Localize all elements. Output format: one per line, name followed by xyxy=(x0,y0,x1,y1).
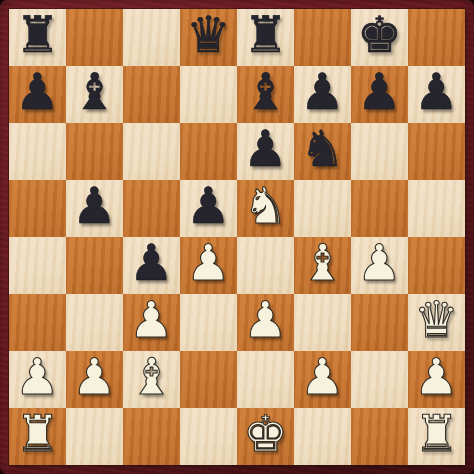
square-d4[interactable]: ♟ xyxy=(180,237,237,294)
square-g2[interactable] xyxy=(351,351,408,408)
piece-white-rook: ♜ xyxy=(414,406,459,463)
square-d3[interactable] xyxy=(180,294,237,351)
square-e1[interactable]: ♚ xyxy=(237,408,294,465)
square-c1[interactable] xyxy=(123,408,180,465)
piece-black-rook: ♜ xyxy=(243,7,288,64)
square-g1[interactable] xyxy=(351,408,408,465)
piece-white-pawn: ♟ xyxy=(129,292,174,349)
piece-black-pawn: ♟ xyxy=(15,64,60,121)
square-f4[interactable]: ♝ xyxy=(294,237,351,294)
piece-white-rook: ♜ xyxy=(15,406,60,463)
square-e6[interactable]: ♟ xyxy=(237,123,294,180)
chess-board: ♜♛♜♚♟♝♝♟♟♟♟♞♟♟♞♟♟♝♟♟♟♛♟♟♝♟♟♜♚♜ xyxy=(9,9,465,465)
square-e3[interactable]: ♟ xyxy=(237,294,294,351)
square-f1[interactable] xyxy=(294,408,351,465)
square-g4[interactable]: ♟ xyxy=(351,237,408,294)
piece-black-pawn: ♟ xyxy=(300,64,345,121)
square-a1[interactable]: ♜ xyxy=(9,408,66,465)
square-d2[interactable] xyxy=(180,351,237,408)
square-b6[interactable] xyxy=(66,123,123,180)
square-b3[interactable] xyxy=(66,294,123,351)
piece-black-knight: ♞ xyxy=(300,121,345,178)
piece-black-pawn: ♟ xyxy=(129,235,174,292)
square-b7[interactable]: ♝ xyxy=(66,66,123,123)
piece-black-pawn: ♟ xyxy=(72,178,117,235)
piece-white-queen: ♛ xyxy=(414,292,459,349)
square-d5[interactable]: ♟ xyxy=(180,180,237,237)
square-a7[interactable]: ♟ xyxy=(9,66,66,123)
square-d8[interactable]: ♛ xyxy=(180,9,237,66)
piece-white-knight: ♞ xyxy=(243,178,288,235)
piece-black-pawn: ♟ xyxy=(357,64,402,121)
square-a4[interactable] xyxy=(9,237,66,294)
square-h2[interactable]: ♟ xyxy=(408,351,465,408)
square-h4[interactable] xyxy=(408,237,465,294)
piece-white-pawn: ♟ xyxy=(414,349,459,406)
piece-black-pawn: ♟ xyxy=(414,64,459,121)
square-c7[interactable] xyxy=(123,66,180,123)
square-c6[interactable] xyxy=(123,123,180,180)
square-h1[interactable]: ♜ xyxy=(408,408,465,465)
square-g5[interactable] xyxy=(351,180,408,237)
square-f8[interactable] xyxy=(294,9,351,66)
square-a6[interactable] xyxy=(9,123,66,180)
piece-white-pawn: ♟ xyxy=(186,235,231,292)
square-b2[interactable]: ♟ xyxy=(66,351,123,408)
square-e2[interactable] xyxy=(237,351,294,408)
piece-black-bishop: ♝ xyxy=(72,64,117,121)
square-h5[interactable] xyxy=(408,180,465,237)
square-c2[interactable]: ♝ xyxy=(123,351,180,408)
piece-black-king: ♚ xyxy=(357,7,402,64)
piece-black-bishop: ♝ xyxy=(243,64,288,121)
square-c4[interactable]: ♟ xyxy=(123,237,180,294)
square-h3[interactable]: ♛ xyxy=(408,294,465,351)
square-b8[interactable] xyxy=(66,9,123,66)
square-h6[interactable] xyxy=(408,123,465,180)
square-f6[interactable]: ♞ xyxy=(294,123,351,180)
piece-white-pawn: ♟ xyxy=(72,349,117,406)
square-b5[interactable]: ♟ xyxy=(66,180,123,237)
square-a5[interactable] xyxy=(9,180,66,237)
square-g7[interactable]: ♟ xyxy=(351,66,408,123)
piece-white-pawn: ♟ xyxy=(243,292,288,349)
square-g8[interactable]: ♚ xyxy=(351,9,408,66)
square-h7[interactable]: ♟ xyxy=(408,66,465,123)
square-f3[interactable] xyxy=(294,294,351,351)
square-h8[interactable] xyxy=(408,9,465,66)
square-a8[interactable]: ♜ xyxy=(9,9,66,66)
square-g6[interactable] xyxy=(351,123,408,180)
square-g3[interactable] xyxy=(351,294,408,351)
square-c8[interactable] xyxy=(123,9,180,66)
square-f7[interactable]: ♟ xyxy=(294,66,351,123)
square-c5[interactable] xyxy=(123,180,180,237)
square-e4[interactable] xyxy=(237,237,294,294)
square-f5[interactable] xyxy=(294,180,351,237)
piece-black-queen: ♛ xyxy=(186,7,231,64)
square-b1[interactable] xyxy=(66,408,123,465)
square-e7[interactable]: ♝ xyxy=(237,66,294,123)
piece-black-rook: ♜ xyxy=(15,7,60,64)
piece-white-bishop: ♝ xyxy=(129,349,174,406)
square-b4[interactable] xyxy=(66,237,123,294)
square-e8[interactable]: ♜ xyxy=(237,9,294,66)
piece-white-pawn: ♟ xyxy=(357,235,402,292)
square-a3[interactable] xyxy=(9,294,66,351)
square-d1[interactable] xyxy=(180,408,237,465)
piece-white-pawn: ♟ xyxy=(300,349,345,406)
square-f2[interactable]: ♟ xyxy=(294,351,351,408)
square-a2[interactable]: ♟ xyxy=(9,351,66,408)
square-c3[interactable]: ♟ xyxy=(123,294,180,351)
piece-white-pawn: ♟ xyxy=(15,349,60,406)
piece-white-bishop: ♝ xyxy=(300,235,345,292)
square-d6[interactable] xyxy=(180,123,237,180)
piece-black-pawn: ♟ xyxy=(186,178,231,235)
piece-black-pawn: ♟ xyxy=(243,121,288,178)
square-d7[interactable] xyxy=(180,66,237,123)
piece-white-king: ♚ xyxy=(243,406,288,463)
square-e5[interactable]: ♞ xyxy=(237,180,294,237)
